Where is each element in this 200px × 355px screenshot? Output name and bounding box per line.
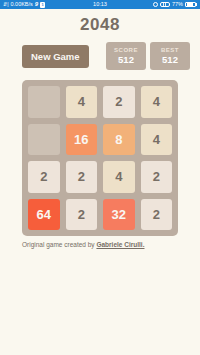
empty-cell — [28, 86, 60, 118]
battery-percent: 77% — [172, 0, 183, 9]
sim-indicator: 9 — [35, 0, 38, 9]
footer-credit: Original game created by Gabriele Cirull… — [22, 241, 200, 248]
game-board[interactable]: 42416842242642322 — [22, 80, 178, 236]
credit-text: Original game created by — [22, 241, 96, 248]
page-title: 2048 — [0, 15, 200, 35]
score-group: SCORE 512 BEST 512 — [106, 42, 190, 70]
sim-card-icon: 1 — [40, 2, 45, 8]
tile-4: 4 — [141, 124, 173, 156]
score-value: 512 — [118, 54, 134, 65]
tile-4: 4 — [141, 86, 173, 118]
best-box: BEST 512 — [150, 42, 190, 70]
new-game-button[interactable]: New Game — [22, 45, 89, 68]
score-box: SCORE 512 — [106, 42, 146, 70]
tile-2: 2 — [141, 199, 173, 231]
tile-8: 8 — [103, 124, 135, 156]
author-link[interactable]: Gabriele Cirulli. — [96, 241, 144, 248]
tile-64: 64 — [28, 199, 60, 231]
clock-time: 10:13 — [93, 0, 107, 9]
tile-4: 4 — [66, 86, 98, 118]
volte-icon — [160, 2, 170, 8]
tile-2: 2 — [28, 161, 60, 193]
score-label: SCORE — [114, 47, 138, 53]
network-speed: 0.00KB/s — [11, 0, 33, 9]
empty-cell — [28, 124, 60, 156]
tile-2: 2 — [141, 161, 173, 193]
best-label: BEST — [161, 47, 179, 53]
header-row: New Game SCORE 512 BEST 512 — [22, 42, 190, 70]
battery-icon — [185, 2, 197, 8]
tile-4: 4 — [103, 161, 135, 193]
alarm-icon — [153, 2, 158, 7]
tile-2: 2 — [103, 86, 135, 118]
status-left: ⇵| 0.00KB/s 9 1 — [3, 0, 45, 9]
tile-32: 32 — [103, 199, 135, 231]
tile-2: 2 — [66, 199, 98, 231]
network-arrows-icon: ⇵| — [3, 0, 9, 9]
best-value: 512 — [162, 54, 178, 65]
status-bar: ⇵| 0.00KB/s 9 1 10:13 77% — [0, 0, 200, 9]
tile-2: 2 — [66, 161, 98, 193]
status-right: 77% — [153, 0, 197, 9]
tile-16: 16 — [66, 124, 98, 156]
